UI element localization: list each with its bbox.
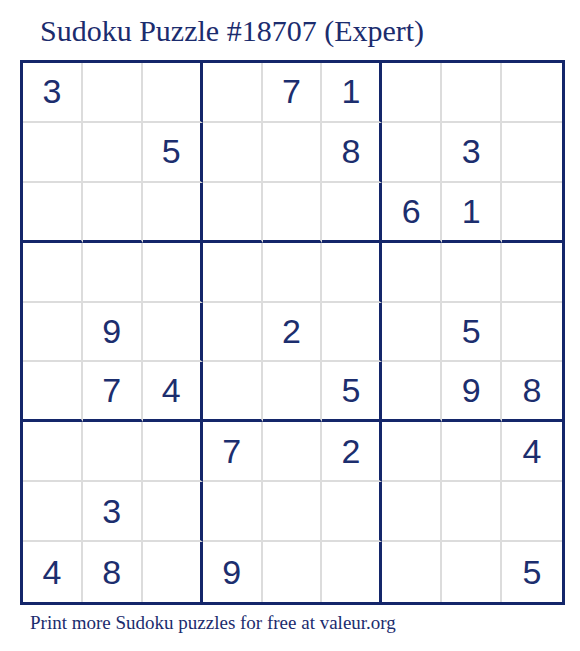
cell-r1c8[interactable] bbox=[442, 63, 502, 123]
cell-r2c5[interactable] bbox=[263, 123, 323, 183]
cell-r5c9[interactable] bbox=[502, 303, 562, 363]
cell-r8c6[interactable] bbox=[322, 482, 382, 542]
sudoku-page: Sudoku Puzzle #18707 (Expert) 3715836192… bbox=[0, 0, 580, 651]
cell-r8c2[interactable]: 3 bbox=[83, 482, 143, 542]
cell-r6c5[interactable] bbox=[263, 362, 323, 422]
cell-r9c2[interactable]: 8 bbox=[83, 542, 143, 602]
cell-r8c8[interactable] bbox=[442, 482, 502, 542]
cell-r1c9[interactable] bbox=[502, 63, 562, 123]
cell-r9c7[interactable] bbox=[382, 542, 442, 602]
cell-r3c6[interactable] bbox=[322, 183, 382, 243]
cell-r5c4[interactable] bbox=[203, 303, 263, 363]
cell-r9c8[interactable] bbox=[442, 542, 502, 602]
cell-r4c8[interactable] bbox=[442, 243, 502, 303]
cell-r9c1[interactable]: 4 bbox=[23, 542, 83, 602]
cell-r3c7[interactable]: 6 bbox=[382, 183, 442, 243]
cell-r8c4[interactable] bbox=[203, 482, 263, 542]
cell-r7c5[interactable] bbox=[263, 422, 323, 482]
cell-r5c2[interactable]: 9 bbox=[83, 303, 143, 363]
cell-r5c6[interactable] bbox=[322, 303, 382, 363]
cell-r1c6[interactable]: 1 bbox=[322, 63, 382, 123]
cell-r2c9[interactable] bbox=[502, 123, 562, 183]
cell-r4c4[interactable] bbox=[203, 243, 263, 303]
cell-r7c1[interactable] bbox=[23, 422, 83, 482]
cell-r9c5[interactable] bbox=[263, 542, 323, 602]
cell-r1c3[interactable] bbox=[143, 63, 203, 123]
cell-r4c3[interactable] bbox=[143, 243, 203, 303]
cell-r4c2[interactable] bbox=[83, 243, 143, 303]
cell-r5c3[interactable] bbox=[143, 303, 203, 363]
cell-r6c1[interactable] bbox=[23, 362, 83, 422]
cell-r8c5[interactable] bbox=[263, 482, 323, 542]
cell-r9c3[interactable] bbox=[143, 542, 203, 602]
cell-r3c1[interactable] bbox=[23, 183, 83, 243]
cell-r6c7[interactable] bbox=[382, 362, 442, 422]
cell-r1c5[interactable]: 7 bbox=[263, 63, 323, 123]
cell-r6c3[interactable]: 4 bbox=[143, 362, 203, 422]
cell-r2c7[interactable] bbox=[382, 123, 442, 183]
cell-r1c7[interactable] bbox=[382, 63, 442, 123]
cell-r2c3[interactable]: 5 bbox=[143, 123, 203, 183]
cell-r6c8[interactable]: 9 bbox=[442, 362, 502, 422]
cell-r7c6[interactable]: 2 bbox=[322, 422, 382, 482]
page-title: Sudoku Puzzle #18707 (Expert) bbox=[40, 14, 424, 48]
cell-r8c9[interactable] bbox=[502, 482, 562, 542]
cell-r6c9[interactable]: 8 bbox=[502, 362, 562, 422]
cell-r5c8[interactable]: 5 bbox=[442, 303, 502, 363]
cell-r2c2[interactable] bbox=[83, 123, 143, 183]
cell-r3c9[interactable] bbox=[502, 183, 562, 243]
sudoku-board: 371583619257459872434895 bbox=[20, 60, 565, 605]
cell-r8c7[interactable] bbox=[382, 482, 442, 542]
cell-r8c1[interactable] bbox=[23, 482, 83, 542]
cell-r7c9[interactable]: 4 bbox=[502, 422, 562, 482]
cell-r6c2[interactable]: 7 bbox=[83, 362, 143, 422]
footer-text: Print more Sudoku puzzles for free at va… bbox=[30, 612, 396, 634]
cell-r4c7[interactable] bbox=[382, 243, 442, 303]
cell-r7c8[interactable] bbox=[442, 422, 502, 482]
cell-r7c2[interactable] bbox=[83, 422, 143, 482]
cell-r4c5[interactable] bbox=[263, 243, 323, 303]
cell-r4c1[interactable] bbox=[23, 243, 83, 303]
cell-r9c9[interactable]: 5 bbox=[502, 542, 562, 602]
cell-r3c5[interactable] bbox=[263, 183, 323, 243]
cell-r6c4[interactable] bbox=[203, 362, 263, 422]
cell-r4c9[interactable] bbox=[502, 243, 562, 303]
cell-r1c4[interactable] bbox=[203, 63, 263, 123]
cell-r1c2[interactable] bbox=[83, 63, 143, 123]
cell-r3c2[interactable] bbox=[83, 183, 143, 243]
cell-r5c1[interactable] bbox=[23, 303, 83, 363]
cell-r6c6[interactable]: 5 bbox=[322, 362, 382, 422]
cell-r8c3[interactable] bbox=[143, 482, 203, 542]
cell-r9c6[interactable] bbox=[322, 542, 382, 602]
cell-r7c4[interactable]: 7 bbox=[203, 422, 263, 482]
cell-r5c7[interactable] bbox=[382, 303, 442, 363]
cell-r2c8[interactable]: 3 bbox=[442, 123, 502, 183]
cell-r4c6[interactable] bbox=[322, 243, 382, 303]
cell-r3c3[interactable] bbox=[143, 183, 203, 243]
cell-r2c1[interactable] bbox=[23, 123, 83, 183]
cell-r3c4[interactable] bbox=[203, 183, 263, 243]
cell-r2c6[interactable]: 8 bbox=[322, 123, 382, 183]
cell-r7c3[interactable] bbox=[143, 422, 203, 482]
cell-r5c5[interactable]: 2 bbox=[263, 303, 323, 363]
cell-r9c4[interactable]: 9 bbox=[203, 542, 263, 602]
cell-r7c7[interactable] bbox=[382, 422, 442, 482]
cell-r2c4[interactable] bbox=[203, 123, 263, 183]
cell-r3c8[interactable]: 1 bbox=[442, 183, 502, 243]
cell-r1c1[interactable]: 3 bbox=[23, 63, 83, 123]
